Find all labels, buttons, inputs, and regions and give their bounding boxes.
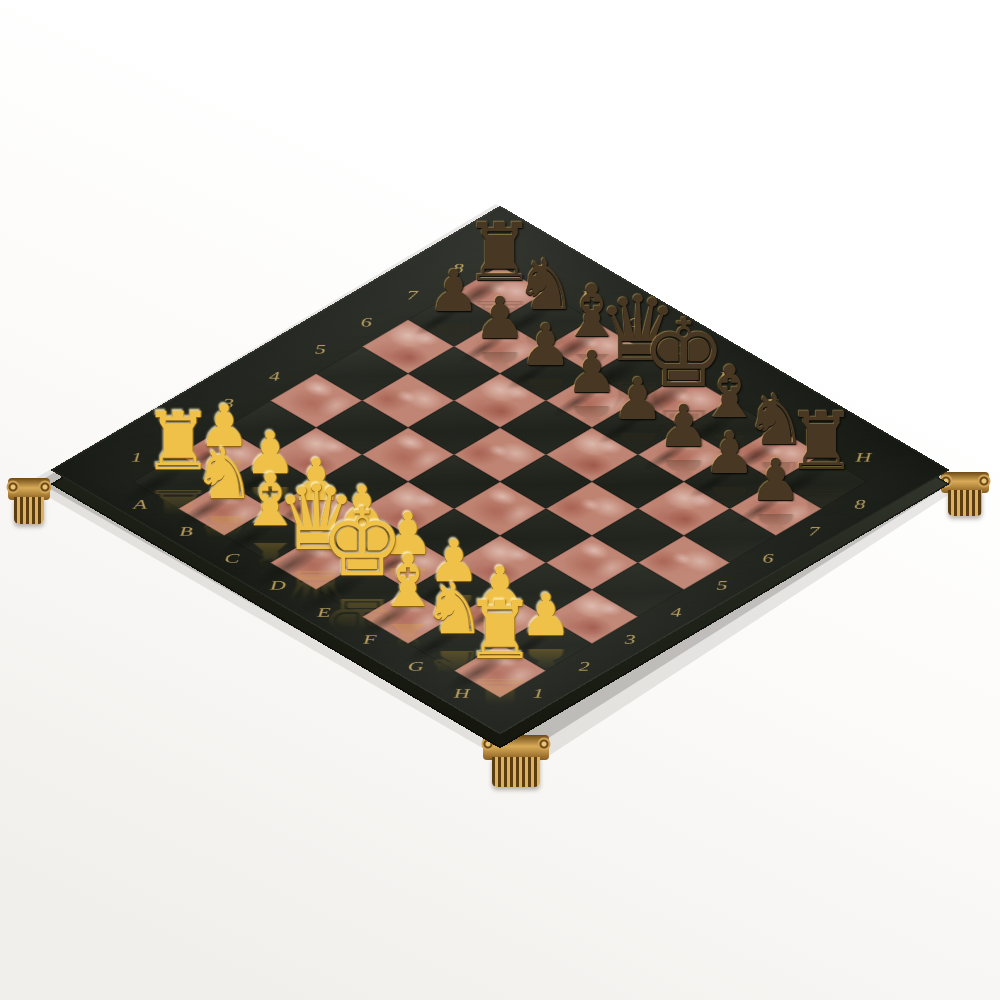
rank-label-right-5: 5 — [717, 578, 728, 593]
rank-label-left-5: 5 — [315, 342, 326, 357]
rank-label-right-2: 2 — [579, 659, 590, 674]
rank-label-left-6: 6 — [361, 315, 372, 330]
rank-label-right-3: 3 — [625, 632, 636, 647]
board-foot-right — [941, 472, 989, 516]
rank-label-left-1: 1 — [131, 450, 142, 465]
rank-label-left-4: 4 — [269, 369, 280, 384]
studio-background: 1122334455667788AABBCCDDEEFFGGHH ♜♜♞♞♝♝♛… — [0, 0, 1000, 1000]
board-foot-left — [8, 478, 50, 524]
rank-label-right-4: 4 — [671, 605, 682, 620]
rank-label-left-7: 7 — [407, 288, 418, 303]
rank-label-right-6: 6 — [763, 551, 774, 566]
